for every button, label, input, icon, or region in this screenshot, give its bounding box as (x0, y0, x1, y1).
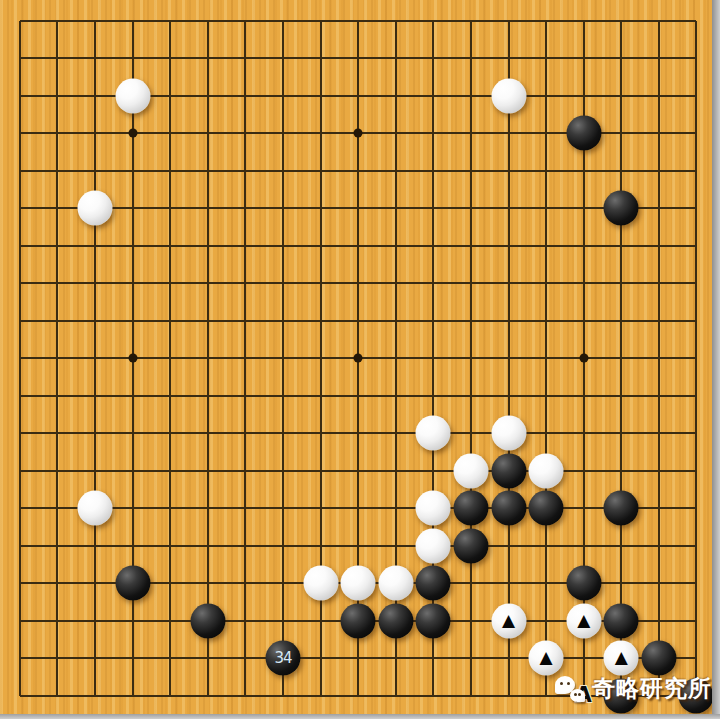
intersection-hr[interactable]: 34 (264, 640, 302, 678)
intersection-pn[interactable] (565, 490, 603, 528)
intersection-pc[interactable] (565, 77, 603, 115)
intersection-nr[interactable] (490, 640, 528, 678)
intersection-or[interactable]: ▲ (527, 640, 565, 678)
intersection-eh[interactable] (151, 265, 189, 303)
intersection-di[interactable] (114, 302, 152, 340)
intersection-kc[interactable] (377, 77, 415, 115)
intersection-ef[interactable] (151, 190, 189, 228)
white-stone-or[interactable]: ▲ (529, 641, 564, 676)
intersection-ns[interactable] (490, 677, 528, 715)
intersection-gf[interactable] (227, 190, 265, 228)
intersection-bi[interactable] (39, 302, 77, 340)
intersection-de[interactable] (114, 152, 152, 190)
intersection-ql[interactable] (603, 415, 641, 453)
white-stone-ln[interactable] (416, 491, 451, 526)
intersection-fp[interactable] (189, 565, 227, 603)
intersection-fq[interactable] (189, 602, 227, 640)
intersection-cr[interactable] (76, 640, 114, 678)
intersection-ka[interactable] (377, 2, 415, 40)
intersection-jo[interactable] (339, 527, 377, 565)
intersection-is[interactable] (302, 677, 340, 715)
intersection-ms[interactable] (452, 677, 490, 715)
intersection-gc[interactable] (227, 77, 265, 115)
intersection-no[interactable] (490, 527, 528, 565)
intersection-aa[interactable] (1, 2, 39, 40)
intersection-ob[interactable] (527, 40, 565, 78)
intersection-rn[interactable] (640, 490, 678, 528)
intersection-oa[interactable] (527, 2, 565, 40)
intersection-gq[interactable] (227, 602, 265, 640)
intersection-cq[interactable] (76, 602, 114, 640)
intersection-kb[interactable] (377, 40, 415, 78)
intersection-pi[interactable] (565, 302, 603, 340)
intersection-lb[interactable] (415, 40, 453, 78)
intersection-nn[interactable] (490, 490, 528, 528)
intersection-kk[interactable] (377, 377, 415, 415)
intersection-ds[interactable] (114, 677, 152, 715)
intersection-ed[interactable] (151, 115, 189, 153)
intersection-im[interactable] (302, 452, 340, 490)
intersection-le[interactable] (415, 152, 453, 190)
intersection-ga[interactable] (227, 2, 265, 40)
white-stone-nl[interactable] (491, 416, 526, 451)
intersection-be[interactable] (39, 152, 77, 190)
intersection-er[interactable] (151, 640, 189, 678)
intersection-mk[interactable] (452, 377, 490, 415)
white-stone-ll[interactable] (416, 416, 451, 451)
intersection-bm[interactable] (39, 452, 77, 490)
intersection-ch[interactable] (76, 265, 114, 303)
intersection-ir[interactable] (302, 640, 340, 678)
intersection-pq[interactable]: ▲ (565, 602, 603, 640)
intersection-as[interactable] (1, 677, 39, 715)
white-stone-nc[interactable] (491, 78, 526, 113)
intersection-sd[interactable] (678, 115, 716, 153)
intersection-pb[interactable] (565, 40, 603, 78)
intersection-lf[interactable] (415, 190, 453, 228)
black-stone-kq[interactable] (378, 603, 413, 638)
intersection-dj[interactable] (114, 340, 152, 378)
intersection-iq[interactable] (302, 602, 340, 640)
horizontal-scrollbar[interactable] (0, 714, 720, 719)
intersection-qc[interactable] (603, 77, 641, 115)
intersection-om[interactable] (527, 452, 565, 490)
intersection-mg[interactable] (452, 227, 490, 265)
intersection-on[interactable] (527, 490, 565, 528)
intersection-oh[interactable] (527, 265, 565, 303)
intersection-fm[interactable] (189, 452, 227, 490)
intersection-hk[interactable] (264, 377, 302, 415)
intersection-bj[interactable] (39, 340, 77, 378)
intersection-qa[interactable] (603, 2, 641, 40)
intersection-mm[interactable] (452, 452, 490, 490)
intersection-gl[interactable] (227, 415, 265, 453)
intersection-qp[interactable] (603, 565, 641, 603)
intersection-pj[interactable] (565, 340, 603, 378)
intersection-ck[interactable] (76, 377, 114, 415)
intersection-gs[interactable] (227, 677, 265, 715)
intersection-fe[interactable] (189, 152, 227, 190)
intersection-bd[interactable] (39, 115, 77, 153)
intersection-ag[interactable] (1, 227, 39, 265)
intersection-bb[interactable] (39, 40, 77, 78)
intersection-gn[interactable] (227, 490, 265, 528)
intersection-cd[interactable] (76, 115, 114, 153)
intersection-qn[interactable] (603, 490, 641, 528)
intersection-sa[interactable] (678, 2, 716, 40)
black-stone-fq[interactable] (190, 603, 225, 638)
intersection-bs[interactable] (39, 677, 77, 715)
intersection-qq[interactable] (603, 602, 641, 640)
intersection-ni[interactable] (490, 302, 528, 340)
intersection-hl[interactable] (264, 415, 302, 453)
intersection-sp[interactable] (678, 565, 716, 603)
intersection-el[interactable] (151, 415, 189, 453)
intersection-es[interactable] (151, 677, 189, 715)
intersection-nk[interactable] (490, 377, 528, 415)
intersection-kr[interactable] (377, 640, 415, 678)
intersection-oc[interactable] (527, 77, 565, 115)
intersection-cb[interactable] (76, 40, 114, 78)
intersection-jb[interactable] (339, 40, 377, 78)
intersection-ab[interactable] (1, 40, 39, 78)
intersection-cj[interactable] (76, 340, 114, 378)
intersection-ki[interactable] (377, 302, 415, 340)
intersection-kl[interactable] (377, 415, 415, 453)
intersection-hb[interactable] (264, 40, 302, 78)
intersection-oo[interactable] (527, 527, 565, 565)
intersection-co[interactable] (76, 527, 114, 565)
intersection-ib[interactable] (302, 40, 340, 78)
intersection-rh[interactable] (640, 265, 678, 303)
intersection-lo[interactable] (415, 527, 453, 565)
intersection-mo[interactable] (452, 527, 490, 565)
intersection-me[interactable] (452, 152, 490, 190)
intersection-ne[interactable] (490, 152, 528, 190)
intersection-qe[interactable] (603, 152, 641, 190)
intersection-bn[interactable] (39, 490, 77, 528)
intersection-nq[interactable]: ▲ (490, 602, 528, 640)
black-stone-qq[interactable] (604, 603, 639, 638)
intersection-hc[interactable] (264, 77, 302, 115)
intersection-nl[interactable] (490, 415, 528, 453)
intersection-cc[interactable] (76, 77, 114, 115)
intersection-ha[interactable] (264, 2, 302, 40)
intersection-sk[interactable] (678, 377, 716, 415)
intersection-jm[interactable] (339, 452, 377, 490)
intersection-gk[interactable] (227, 377, 265, 415)
intersection-mh[interactable] (452, 265, 490, 303)
white-stone-cf[interactable] (77, 191, 112, 226)
white-stone-nq[interactable]: ▲ (491, 603, 526, 638)
black-stone-lp[interactable] (416, 566, 451, 601)
intersection-sn[interactable] (678, 490, 716, 528)
intersection-gr[interactable] (227, 640, 265, 678)
intersection-ng[interactable] (490, 227, 528, 265)
intersection-cp[interactable] (76, 565, 114, 603)
black-stone-nm[interactable] (491, 453, 526, 488)
intersection-fd[interactable] (189, 115, 227, 153)
intersection-ep[interactable] (151, 565, 189, 603)
intersection-rf[interactable] (640, 190, 678, 228)
intersection-nh[interactable] (490, 265, 528, 303)
intersection-oe[interactable] (527, 152, 565, 190)
intersection-ro[interactable] (640, 527, 678, 565)
intersection-pd[interactable] (565, 115, 603, 153)
intersection-rm[interactable] (640, 452, 678, 490)
intersection-ls[interactable] (415, 677, 453, 715)
intersection-ke[interactable] (377, 152, 415, 190)
intersection-ce[interactable] (76, 152, 114, 190)
intersection-ks[interactable] (377, 677, 415, 715)
black-stone-hr[interactable]: 34 (265, 641, 300, 676)
intersection-gh[interactable] (227, 265, 265, 303)
intersection-ec[interactable] (151, 77, 189, 115)
intersection-md[interactable] (452, 115, 490, 153)
intersection-qi[interactable] (603, 302, 641, 340)
intersection-jh[interactable] (339, 265, 377, 303)
intersection-jf[interactable] (339, 190, 377, 228)
intersection-sg[interactable] (678, 227, 716, 265)
intersection-ho[interactable] (264, 527, 302, 565)
intersection-dn[interactable] (114, 490, 152, 528)
intersection-ph[interactable] (565, 265, 603, 303)
intersection-ap[interactable] (1, 565, 39, 603)
intersection-en[interactable] (151, 490, 189, 528)
intersection-eb[interactable] (151, 40, 189, 78)
intersection-qo[interactable] (603, 527, 641, 565)
intersection-do[interactable] (114, 527, 152, 565)
white-stone-pq[interactable]: ▲ (566, 603, 601, 638)
intersection-jk[interactable] (339, 377, 377, 415)
intersection-nc[interactable] (490, 77, 528, 115)
intersection-mn[interactable] (452, 490, 490, 528)
intersection-gb[interactable] (227, 40, 265, 78)
intersection-mq[interactable] (452, 602, 490, 640)
intersection-pm[interactable] (565, 452, 603, 490)
intersection-nm[interactable] (490, 452, 528, 490)
white-stone-dc[interactable] (115, 78, 150, 113)
intersection-cs[interactable] (76, 677, 114, 715)
intersection-dm[interactable] (114, 452, 152, 490)
white-stone-kp[interactable] (378, 566, 413, 601)
intersection-sl[interactable] (678, 415, 716, 453)
intersection-li[interactable] (415, 302, 453, 340)
black-stone-pp[interactable] (566, 566, 601, 601)
intersection-id[interactable] (302, 115, 340, 153)
intersection-qk[interactable] (603, 377, 641, 415)
intersection-rr[interactable] (640, 640, 678, 678)
black-stone-qn[interactable] (604, 491, 639, 526)
intersection-rl[interactable] (640, 415, 678, 453)
intersection-po[interactable] (565, 527, 603, 565)
intersection-dl[interactable] (114, 415, 152, 453)
intersection-qf[interactable] (603, 190, 641, 228)
intersection-da[interactable] (114, 2, 152, 40)
intersection-ae[interactable] (1, 152, 39, 190)
black-stone-dp[interactable] (115, 566, 150, 601)
intersection-bh[interactable] (39, 265, 77, 303)
intersection-fl[interactable] (189, 415, 227, 453)
intersection-nj[interactable] (490, 340, 528, 378)
intersection-fn[interactable] (189, 490, 227, 528)
white-stone-mm[interactable] (453, 453, 488, 488)
intersection-ic[interactable] (302, 77, 340, 115)
intersection-bf[interactable] (39, 190, 77, 228)
intersection-re[interactable] (640, 152, 678, 190)
intersection-eq[interactable] (151, 602, 189, 640)
intersection-ih[interactable] (302, 265, 340, 303)
intersection-ie[interactable] (302, 152, 340, 190)
intersection-cn[interactable] (76, 490, 114, 528)
intersection-cg[interactable] (76, 227, 114, 265)
intersection-oq[interactable] (527, 602, 565, 640)
intersection-ia[interactable] (302, 2, 340, 40)
intersection-qd[interactable] (603, 115, 641, 153)
intersection-pa[interactable] (565, 2, 603, 40)
intersection-na[interactable] (490, 2, 528, 40)
intersection-df[interactable] (114, 190, 152, 228)
intersection-db[interactable] (114, 40, 152, 78)
intersection-ok[interactable] (527, 377, 565, 415)
black-stone-nn[interactable] (491, 491, 526, 526)
intersection-jp[interactable] (339, 565, 377, 603)
intersection-lq[interactable] (415, 602, 453, 640)
white-stone-jp[interactable] (341, 566, 376, 601)
intersection-js[interactable] (339, 677, 377, 715)
black-stone-mn[interactable] (453, 491, 488, 526)
intersection-bc[interactable] (39, 77, 77, 115)
intersection-oj[interactable] (527, 340, 565, 378)
intersection-ca[interactable] (76, 2, 114, 40)
intersection-ij[interactable] (302, 340, 340, 378)
intersection-gp[interactable] (227, 565, 265, 603)
intersection-mj[interactable] (452, 340, 490, 378)
intersection-kd[interactable] (377, 115, 415, 153)
intersection-hp[interactable] (264, 565, 302, 603)
intersection-nd[interactable] (490, 115, 528, 153)
intersection-kf[interactable] (377, 190, 415, 228)
intersection-ba[interactable] (39, 2, 77, 40)
intersection-sh[interactable] (678, 265, 716, 303)
intersection-bk[interactable] (39, 377, 77, 415)
intersection-hf[interactable] (264, 190, 302, 228)
intersection-ig[interactable] (302, 227, 340, 265)
intersection-fh[interactable] (189, 265, 227, 303)
intersection-je[interactable] (339, 152, 377, 190)
intersection-sc[interactable] (678, 77, 716, 115)
intersection-jn[interactable] (339, 490, 377, 528)
intersection-qm[interactable] (603, 452, 641, 490)
intersection-io[interactable] (302, 527, 340, 565)
intersection-fg[interactable] (189, 227, 227, 265)
intersection-pg[interactable] (565, 227, 603, 265)
intersection-cf[interactable] (76, 190, 114, 228)
intersection-mr[interactable] (452, 640, 490, 678)
intersection-ik[interactable] (302, 377, 340, 415)
intersection-dq[interactable] (114, 602, 152, 640)
intersection-fj[interactable] (189, 340, 227, 378)
intersection-pl[interactable] (565, 415, 603, 453)
intersection-ko[interactable] (377, 527, 415, 565)
intersection-gg[interactable] (227, 227, 265, 265)
intersection-dr[interactable] (114, 640, 152, 678)
intersection-dd[interactable] (114, 115, 152, 153)
intersection-si[interactable] (678, 302, 716, 340)
intersection-ll[interactable] (415, 415, 453, 453)
intersection-fc[interactable] (189, 77, 227, 115)
intersection-dg[interactable] (114, 227, 152, 265)
intersection-lg[interactable] (415, 227, 453, 265)
intersection-kp[interactable] (377, 565, 415, 603)
intersection-ml[interactable] (452, 415, 490, 453)
white-stone-qr[interactable]: ▲ (604, 641, 639, 676)
white-stone-cn[interactable] (77, 491, 112, 526)
intersection-hs[interactable] (264, 677, 302, 715)
intersection-qr[interactable]: ▲ (603, 640, 641, 678)
intersection-hh[interactable] (264, 265, 302, 303)
intersection-em[interactable] (151, 452, 189, 490)
intersection-ii[interactable] (302, 302, 340, 340)
intersection-ip[interactable] (302, 565, 340, 603)
intersection-rd[interactable] (640, 115, 678, 153)
intersection-jr[interactable] (339, 640, 377, 678)
intersection-mf[interactable] (452, 190, 490, 228)
intersection-bl[interactable] (39, 415, 77, 453)
intersection-dc[interactable] (114, 77, 152, 115)
intersection-lm[interactable] (415, 452, 453, 490)
intersection-ja[interactable] (339, 2, 377, 40)
white-stone-om[interactable] (529, 453, 564, 488)
intersection-aj[interactable] (1, 340, 39, 378)
intersection-of[interactable] (527, 190, 565, 228)
intersection-rc[interactable] (640, 77, 678, 115)
white-stone-ip[interactable] (303, 566, 338, 601)
intersection-in[interactable] (302, 490, 340, 528)
black-stone-lq[interactable] (416, 603, 451, 638)
intersection-il[interactable] (302, 415, 340, 453)
intersection-sj[interactable] (678, 340, 716, 378)
intersection-mi[interactable] (452, 302, 490, 340)
intersection-ad[interactable] (1, 115, 39, 153)
black-stone-rr[interactable] (641, 641, 676, 676)
intersection-la[interactable] (415, 2, 453, 40)
intersection-hg[interactable] (264, 227, 302, 265)
intersection-af[interactable] (1, 190, 39, 228)
intersection-jj[interactable] (339, 340, 377, 378)
intersection-np[interactable] (490, 565, 528, 603)
intersection-qb[interactable] (603, 40, 641, 78)
intersection-se[interactable] (678, 152, 716, 190)
intersection-br[interactable] (39, 640, 77, 678)
intersection-kh[interactable] (377, 265, 415, 303)
intersection-ah[interactable] (1, 265, 39, 303)
intersection-dk[interactable] (114, 377, 152, 415)
intersection-kj[interactable] (377, 340, 415, 378)
intersection-if[interactable] (302, 190, 340, 228)
intersection-rg[interactable] (640, 227, 678, 265)
intersection-ek[interactable] (151, 377, 189, 415)
intersection-fr[interactable] (189, 640, 227, 678)
intersection-rj[interactable] (640, 340, 678, 378)
intersection-bp[interactable] (39, 565, 77, 603)
intersection-am[interactable] (1, 452, 39, 490)
intersection-pe[interactable] (565, 152, 603, 190)
intersection-eo[interactable] (151, 527, 189, 565)
intersection-fa[interactable] (189, 2, 227, 40)
intersection-eg[interactable] (151, 227, 189, 265)
intersection-pr[interactable] (565, 640, 603, 678)
